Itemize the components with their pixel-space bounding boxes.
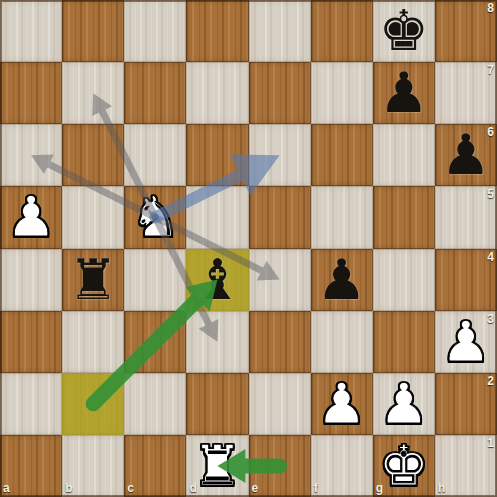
square-h6[interactable]: ♟ [435, 124, 497, 186]
piece-black-bishop-d4[interactable]: ♝ [186, 249, 248, 311]
piece-white-pawn-a5[interactable]: ♟ [0, 186, 62, 248]
square-g3[interactable] [373, 311, 435, 373]
square-e2[interactable] [249, 373, 311, 435]
square-e8[interactable] [249, 0, 311, 62]
square-a4[interactable] [0, 249, 62, 311]
square-e4[interactable] [249, 249, 311, 311]
piece-white-pawn-f2[interactable]: ♟ [311, 373, 373, 435]
piece-white-rook-d1[interactable]: ♜ [186, 435, 248, 497]
square-e6[interactable] [249, 124, 311, 186]
square-g2[interactable]: ♟ [373, 373, 435, 435]
square-b7[interactable] [62, 62, 124, 124]
square-f6[interactable] [311, 124, 373, 186]
square-d5[interactable] [186, 186, 248, 248]
square-f7[interactable] [311, 62, 373, 124]
square-a5[interactable]: ♟ [0, 186, 62, 248]
square-e1[interactable] [249, 435, 311, 497]
square-c8[interactable] [124, 0, 186, 62]
square-h2[interactable] [435, 373, 497, 435]
square-c5[interactable]: ♞ [124, 186, 186, 248]
square-f5[interactable] [311, 186, 373, 248]
piece-black-king-g8[interactable]: ♚ [373, 0, 435, 62]
square-a8[interactable] [0, 0, 62, 62]
square-c3[interactable] [124, 311, 186, 373]
piece-black-rook-b4[interactable]: ♜ [62, 249, 124, 311]
square-c6[interactable] [124, 124, 186, 186]
square-h7[interactable] [435, 62, 497, 124]
square-a1[interactable] [0, 435, 62, 497]
square-b1[interactable] [62, 435, 124, 497]
square-f4[interactable]: ♟ [311, 249, 373, 311]
square-d8[interactable] [186, 0, 248, 62]
square-a2[interactable] [0, 373, 62, 435]
square-e7[interactable] [249, 62, 311, 124]
square-b4[interactable]: ♜ [62, 249, 124, 311]
square-h1[interactable] [435, 435, 497, 497]
piece-black-pawn-g7[interactable]: ♟ [373, 62, 435, 124]
square-f8[interactable] [311, 0, 373, 62]
square-b2[interactable] [62, 373, 124, 435]
square-b3[interactable] [62, 311, 124, 373]
piece-white-knight-c5[interactable]: ♞ [124, 186, 186, 248]
square-c4[interactable] [124, 249, 186, 311]
square-c2[interactable] [124, 373, 186, 435]
square-c7[interactable] [124, 62, 186, 124]
chess-board: ♚♟♟♟♞♜♝♟♟♟♟♜♚abcdefgh12345678 [0, 0, 497, 497]
square-d4[interactable]: ♝ [186, 249, 248, 311]
piece-white-king-g1[interactable]: ♚ [373, 435, 435, 497]
square-h4[interactable] [435, 249, 497, 311]
piece-black-pawn-h6[interactable]: ♟ [435, 124, 497, 186]
square-e5[interactable] [249, 186, 311, 248]
square-b6[interactable] [62, 124, 124, 186]
square-d7[interactable] [186, 62, 248, 124]
square-b8[interactable] [62, 0, 124, 62]
square-g5[interactable] [373, 186, 435, 248]
square-g6[interactable] [373, 124, 435, 186]
square-h8[interactable] [435, 0, 497, 62]
square-d1[interactable]: ♜ [186, 435, 248, 497]
square-c1[interactable] [124, 435, 186, 497]
square-a3[interactable] [0, 311, 62, 373]
square-f2[interactable]: ♟ [311, 373, 373, 435]
square-f1[interactable] [311, 435, 373, 497]
square-d6[interactable] [186, 124, 248, 186]
piece-white-pawn-g2[interactable]: ♟ [373, 373, 435, 435]
square-h3[interactable]: ♟ [435, 311, 497, 373]
square-d2[interactable] [186, 373, 248, 435]
square-g7[interactable]: ♟ [373, 62, 435, 124]
square-e3[interactable] [249, 311, 311, 373]
square-a6[interactable] [0, 124, 62, 186]
square-h5[interactable] [435, 186, 497, 248]
square-g1[interactable]: ♚ [373, 435, 435, 497]
square-a7[interactable] [0, 62, 62, 124]
square-g4[interactable] [373, 249, 435, 311]
piece-black-pawn-f4[interactable]: ♟ [311, 249, 373, 311]
square-d3[interactable] [186, 311, 248, 373]
square-f3[interactable] [311, 311, 373, 373]
piece-white-pawn-h3[interactable]: ♟ [435, 311, 497, 373]
square-g8[interactable]: ♚ [373, 0, 435, 62]
square-b5[interactable] [62, 186, 124, 248]
